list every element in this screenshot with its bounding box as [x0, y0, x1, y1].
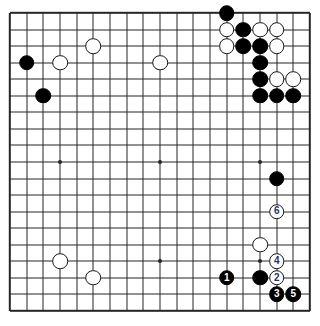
stone-black	[19, 55, 35, 71]
stone-black	[252, 270, 268, 286]
stone-black	[36, 88, 52, 104]
stone-white	[219, 22, 235, 38]
stone-black	[236, 22, 252, 38]
move-stone-3: 3	[269, 287, 285, 303]
grid-line-vertical	[210, 13, 211, 311]
stone-black	[236, 38, 252, 54]
grid-line-vertical	[176, 13, 177, 311]
go-board-diagram: 123456	[0, 0, 320, 326]
grid-line-vertical	[293, 13, 294, 311]
stone-black	[269, 88, 285, 104]
stone-black	[269, 171, 285, 187]
stone-white	[252, 237, 268, 253]
grid-line-horizontal	[10, 310, 310, 312]
star-point	[58, 160, 62, 164]
stone-white	[52, 254, 68, 270]
grid-line-horizontal	[10, 178, 310, 179]
star-point	[158, 160, 162, 164]
grid-line-vertical	[193, 13, 194, 311]
stone-white	[86, 38, 102, 54]
stone-black	[252, 71, 268, 87]
stone-white	[252, 22, 268, 38]
stone-black	[252, 55, 268, 71]
grid-line-horizontal	[10, 294, 310, 295]
grid-line-vertical	[226, 13, 227, 311]
stone-black	[219, 5, 235, 21]
go-board: 123456	[10, 13, 310, 311]
stone-white	[269, 22, 285, 38]
star-point	[258, 160, 262, 164]
stone-white	[286, 71, 302, 87]
stone-white	[269, 38, 285, 54]
move-stone-1: 1	[219, 270, 235, 286]
stone-white	[152, 55, 168, 71]
move-stone-6: 6	[269, 204, 285, 220]
stone-black	[252, 38, 268, 54]
stone-black	[252, 88, 268, 104]
grid-line-horizontal	[10, 195, 310, 196]
grid-line-horizontal	[10, 228, 310, 229]
move-stone-2: 2	[269, 270, 285, 286]
stone-white	[52, 55, 68, 71]
grid-line-vertical	[309, 13, 311, 311]
move-stone-4: 4	[269, 254, 285, 270]
stone-black	[286, 88, 302, 104]
stone-white	[86, 270, 102, 286]
grid-line-horizontal	[10, 211, 310, 212]
star-point	[258, 259, 262, 263]
grid-line-vertical	[243, 13, 244, 311]
stone-white	[269, 71, 285, 87]
move-stone-5: 5	[286, 287, 302, 303]
stone-white	[219, 38, 235, 54]
star-point	[158, 259, 162, 263]
